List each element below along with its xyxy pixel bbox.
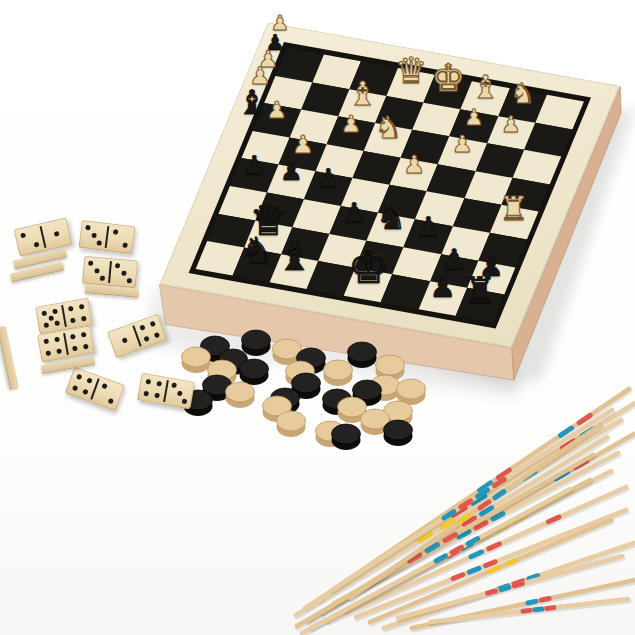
game-set-photo: ♛♚♝♞♝♟♟♟♟♞♟♟♟♟♟♟♜♟♞♟♛♟♟♞♝♚♟♜♟♟♟♟♝ [0,0,635,635]
checker-disc-wood [182,347,211,373]
checker-disc-black [184,390,213,416]
checker-disc-black [242,330,271,356]
checker-disc-wood [277,411,306,437]
checker-disc-black [384,420,413,446]
checker-disc-wood [226,382,255,408]
checker-disc-black [240,359,269,385]
checker-disc-black [348,342,377,368]
checker-disc-wood [324,360,353,386]
checkers-and-sticks-layer [0,0,635,635]
checker-disc-black [332,424,361,450]
